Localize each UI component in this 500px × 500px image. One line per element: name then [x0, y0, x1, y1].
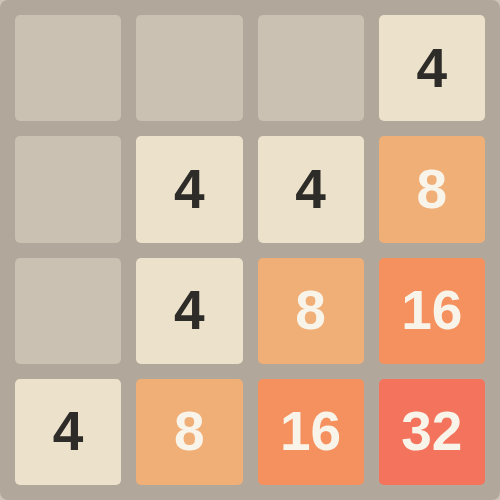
- empty-cell-r2c1: [15, 136, 121, 242]
- tile-32-r4c4: 32: [379, 379, 485, 485]
- tile-4-r1c4: 4: [379, 15, 485, 121]
- tile-value: 32: [401, 404, 462, 459]
- tile-4-r2c2: 4: [136, 136, 242, 242]
- empty-cell-r1c2: [136, 15, 242, 121]
- tile-value: 4: [174, 162, 205, 217]
- board-2048[interactable]: 44484816481632: [0, 0, 500, 500]
- tile-16-r3c4: 16: [379, 258, 485, 364]
- tile-8-r3c3: 8: [258, 258, 364, 364]
- tile-value: 4: [417, 41, 448, 96]
- tile-value: 4: [53, 404, 84, 459]
- tile-value: 16: [280, 404, 341, 459]
- tile-8-r2c4: 8: [379, 136, 485, 242]
- tile-8-r4c2: 8: [136, 379, 242, 485]
- tile-16-r4c3: 16: [258, 379, 364, 485]
- tile-value: 8: [174, 404, 205, 459]
- tile-value: 4: [295, 162, 326, 217]
- tile-value: 8: [417, 162, 448, 217]
- tile-value: 8: [295, 283, 326, 338]
- empty-cell-r1c1: [15, 15, 121, 121]
- tile-4-r3c2: 4: [136, 258, 242, 364]
- tile-value: 4: [174, 283, 205, 338]
- tile-4-r4c1: 4: [15, 379, 121, 485]
- tile-4-r2c3: 4: [258, 136, 364, 242]
- empty-cell-r3c1: [15, 258, 121, 364]
- tile-value: 16: [401, 283, 462, 338]
- empty-cell-r1c3: [258, 15, 364, 121]
